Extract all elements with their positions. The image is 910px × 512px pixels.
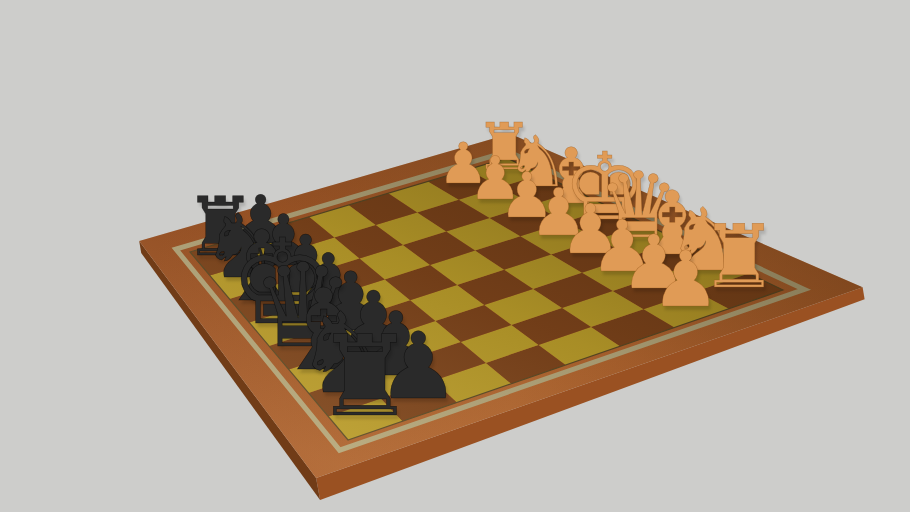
- model-viewport[interactable]: ♜♟♞♟♝♟♚♟♛♟♟♝♜♟♟♞♞♟♜♟♝♟♟♚♟♛♟♝♟♞♟♜: [0, 0, 910, 512]
- chessboard-3d: [0, 0, 910, 512]
